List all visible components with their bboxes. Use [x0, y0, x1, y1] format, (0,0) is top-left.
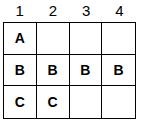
column-header-4: 4 [103, 0, 136, 21]
letter-grid-board: 1 2 3 4 A B B B B C C [0, 0, 141, 122]
grid-cell-r3c4 [102, 86, 135, 118]
grid-cell-r3c3 [70, 86, 103, 118]
column-header-row: 1 2 3 4 [3, 0, 136, 21]
column-header-1: 1 [3, 0, 36, 21]
grid-cell-r3c1: C [4, 86, 37, 118]
grid-cell-r1c3 [70, 23, 103, 55]
grid-cell-r3c2: C [37, 86, 70, 118]
column-header-2: 2 [36, 0, 69, 21]
grid-cell-r1c4 [102, 23, 135, 55]
grid-cell-r2c2: B [37, 55, 70, 87]
grid-cell-r2c3: B [70, 55, 103, 87]
puzzle-grid: A B B B B C C [3, 22, 136, 119]
column-header-3: 3 [70, 0, 103, 21]
grid-cell-r1c1: A [4, 23, 37, 55]
grid-cell-r1c2 [37, 23, 70, 55]
grid-cell-r2c4: B [102, 55, 135, 87]
grid-cell-r2c1: B [4, 55, 37, 87]
